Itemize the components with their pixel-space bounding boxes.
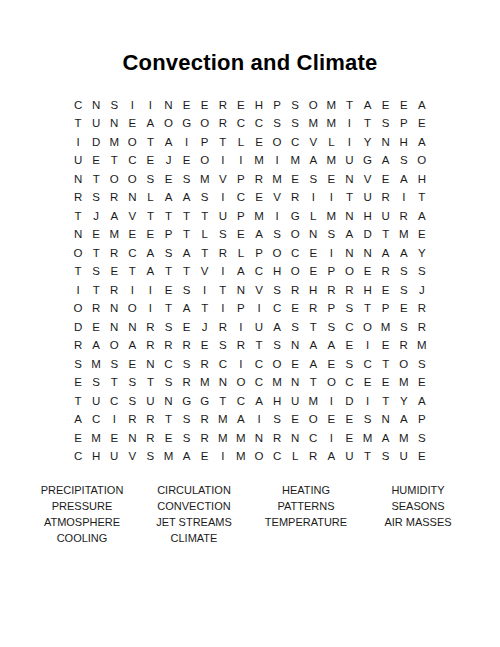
grid-cell: M (377, 318, 395, 337)
grid-cell: N (141, 355, 159, 374)
grid-cell: A (141, 263, 159, 282)
grid-cell: R (413, 318, 431, 337)
grid-cell: O (322, 374, 340, 393)
grid-cell: A (377, 152, 395, 171)
grid-cell: R (141, 318, 159, 337)
grid-cell: O (69, 244, 87, 263)
grid-cell: T (214, 133, 232, 152)
grid-cell: T (178, 207, 196, 226)
grid-cell: R (304, 448, 322, 467)
grid-cell: T (196, 300, 214, 319)
grid-cell: R (395, 337, 413, 356)
grid-cell: T (377, 226, 395, 245)
grid-cell: E (178, 96, 196, 115)
grid-cell: A (413, 96, 431, 115)
grid-cell: R (196, 355, 214, 374)
grid-cell: T (87, 170, 105, 189)
grid-cell: U (250, 318, 268, 337)
grid-cell: S (268, 337, 286, 356)
grid-cell: E (322, 355, 340, 374)
grid-cell: E (159, 429, 177, 448)
grid-cell: T (141, 374, 159, 393)
word-list-item: SEASONS (391, 498, 444, 514)
grid-cell: T (214, 281, 232, 300)
word-list-item: CLIMATE (171, 530, 218, 546)
grid-cell: S (141, 448, 159, 467)
grid-cell: L (141, 189, 159, 208)
letter-grid: CNSIINEEREHPSOMTAEEATUNEAOGORCCSSMMITSPE… (69, 96, 431, 466)
grid-cell: H (250, 96, 268, 115)
grid-cell: M (196, 170, 214, 189)
grid-cell: S (105, 96, 123, 115)
grid-cell: R (196, 429, 214, 448)
grid-cell: E (123, 115, 141, 134)
grid-cell: A (377, 244, 395, 263)
grid-cell: M (196, 374, 214, 393)
grid-cell: E (69, 374, 87, 393)
grid-cell: T (87, 244, 105, 263)
grid-cell: M (322, 115, 340, 134)
word-list-item: PRECIPITATION (41, 482, 124, 498)
grid-cell: T (87, 281, 105, 300)
grid-cell: M (87, 355, 105, 374)
grid-cell: E (322, 411, 340, 430)
grid-cell: A (178, 189, 196, 208)
grid-cell: T (377, 355, 395, 374)
grid-cell: A (159, 189, 177, 208)
grid-cell: E (340, 337, 358, 356)
grid-cell: J (196, 318, 214, 337)
grid-cell: V (268, 189, 286, 208)
grid-cell: D (69, 318, 87, 337)
grid-cell: O (123, 170, 141, 189)
grid-cell: N (304, 226, 322, 245)
grid-cell: N (340, 170, 358, 189)
grid-cell: S (178, 429, 196, 448)
grid-cell: I (322, 244, 340, 263)
grid-cell: O (268, 355, 286, 374)
grid-cell: I (214, 448, 232, 467)
grid-cell: U (377, 207, 395, 226)
grid-cell: S (123, 374, 141, 393)
grid-cell: E (322, 170, 340, 189)
grid-cell: O (250, 448, 268, 467)
grid-cell: P (413, 411, 431, 430)
grid-cell: S (178, 170, 196, 189)
grid-cell: E (196, 337, 214, 356)
grid-cell: I (196, 281, 214, 300)
grid-cell: C (69, 96, 87, 115)
grid-cell: R (178, 374, 196, 393)
grid-cell: I (141, 96, 159, 115)
grid-cell: E (159, 170, 177, 189)
grid-cell: O (359, 318, 377, 337)
grid-cell: M (268, 170, 286, 189)
grid-cell: C (105, 392, 123, 411)
grid-cell: V (214, 170, 232, 189)
grid-cell: E (87, 152, 105, 171)
grid-cell: I (214, 189, 232, 208)
grid-cell: S (268, 411, 286, 430)
grid-cell: N (359, 244, 377, 263)
grid-cell: D (87, 133, 105, 152)
grid-cell: G (196, 392, 214, 411)
grid-cell: T (105, 374, 123, 393)
grid-cell: I (395, 189, 413, 208)
grid-cell: M (304, 115, 322, 134)
grid-cell: E (250, 189, 268, 208)
grid-cell: H (359, 281, 377, 300)
grid-cell: C (286, 244, 304, 263)
grid-cell: M (395, 429, 413, 448)
grid-cell: R (340, 281, 358, 300)
grid-cell: S (286, 96, 304, 115)
grid-cell: N (250, 429, 268, 448)
grid-cell: E (377, 281, 395, 300)
grid-cell: R (286, 189, 304, 208)
grid-cell: A (322, 337, 340, 356)
grid-cell: V (123, 207, 141, 226)
grid-cell: R (69, 189, 87, 208)
worksheet-page: Convection and Climate CNSIINEEREHPSOMTA… (0, 0, 500, 647)
grid-cell: I (304, 189, 322, 208)
grid-cell: S (159, 318, 177, 337)
grid-cell: E (159, 281, 177, 300)
grid-cell: I (340, 133, 358, 152)
grid-cell: P (395, 115, 413, 134)
grid-cell: H (359, 207, 377, 226)
grid-cell: S (178, 281, 196, 300)
grid-cell: T (377, 392, 395, 411)
word-list-item: HEATING (282, 482, 330, 498)
grid-cell: S (69, 355, 87, 374)
grid-cell: T (304, 318, 322, 337)
grid-cell: R (105, 189, 123, 208)
grid-cell: A (141, 244, 159, 263)
grid-cell: N (377, 411, 395, 430)
grid-cell: E (340, 429, 358, 448)
word-list-item: ATMOSPHERE (44, 514, 120, 530)
grid-cell: S (359, 411, 377, 430)
grid-cell: I (69, 281, 87, 300)
grid-cell: E (232, 226, 250, 245)
grid-cell: N (286, 337, 304, 356)
grid-cell: T (123, 263, 141, 282)
grid-cell: I (141, 281, 159, 300)
grid-cell: E (413, 448, 431, 467)
grid-cell: I (232, 355, 250, 374)
grid-cell: E (250, 133, 268, 152)
grid-cell: S (340, 300, 358, 319)
grid-cell: L (322, 133, 340, 152)
grid-cell: T (196, 244, 214, 263)
grid-cell: U (359, 189, 377, 208)
grid-cell: T (340, 189, 358, 208)
grid-cell: U (87, 392, 105, 411)
grid-cell: A (413, 392, 431, 411)
grid-cell: A (141, 115, 159, 134)
grid-cell: S (159, 374, 177, 393)
grid-cell: A (250, 392, 268, 411)
grid-cell: I (250, 411, 268, 430)
grid-cell: M (105, 226, 123, 245)
grid-cell: O (268, 133, 286, 152)
grid-cell: R (377, 263, 395, 282)
grid-cell: P (377, 300, 395, 319)
grid-cell: N (232, 281, 250, 300)
grid-cell: N (340, 244, 358, 263)
grid-cell: M (214, 411, 232, 430)
grid-cell: I (340, 115, 358, 134)
grid-cell: O (196, 152, 214, 171)
grid-cell: A (395, 170, 413, 189)
grid-cell: P (322, 263, 340, 282)
grid-cell: N (340, 207, 358, 226)
grid-cell: C (304, 429, 322, 448)
grid-cell: R (214, 318, 232, 337)
grid-cell: S (322, 226, 340, 245)
grid-cell: T (69, 392, 87, 411)
grid-cell: P (232, 170, 250, 189)
grid-cell: R (141, 337, 159, 356)
grid-cell: R (123, 411, 141, 430)
grid-cell: Y (359, 133, 377, 152)
grid-cell: A (359, 96, 377, 115)
grid-cell: A (178, 300, 196, 319)
grid-cell: C (250, 115, 268, 134)
grid-cell: O (286, 226, 304, 245)
grid-cell: N (105, 115, 123, 134)
word-list-item: PRESSURE (52, 498, 113, 514)
grid-cell: A (69, 411, 87, 430)
grid-cell: O (196, 115, 214, 134)
grid-cell: A (395, 244, 413, 263)
grid-cell: C (232, 189, 250, 208)
grid-cell: E (359, 374, 377, 393)
grid-cell: C (232, 115, 250, 134)
grid-cell: E (105, 429, 123, 448)
grid-cell: U (286, 392, 304, 411)
grid-cell: E (286, 300, 304, 319)
grid-cell: C (340, 374, 358, 393)
grid-cell: H (268, 392, 286, 411)
grid-cell: N (105, 300, 123, 319)
grid-cell: M (413, 337, 431, 356)
grid-cell: S (159, 244, 177, 263)
grid-cell: N (69, 226, 87, 245)
grid-cell: C (214, 355, 232, 374)
grid-cell: U (340, 152, 358, 171)
grid-cell: M (250, 152, 268, 171)
grid-cell: C (268, 300, 286, 319)
grid-cell: I (178, 133, 196, 152)
grid-cell: N (286, 429, 304, 448)
grid-cell: E (232, 96, 250, 115)
grid-cell: S (105, 355, 123, 374)
grid-cell: A (123, 337, 141, 356)
grid-cell: S (268, 281, 286, 300)
grid-cell: E (196, 448, 214, 467)
grid-cell: I (232, 152, 250, 171)
grid-cell: S (395, 281, 413, 300)
word-list-column: HUMIDITYSEASONSAIR MASSES (362, 482, 474, 546)
grid-cell: T (141, 207, 159, 226)
grid-cell: M (395, 226, 413, 245)
grid-cell: A (413, 133, 431, 152)
grid-cell: J (87, 207, 105, 226)
grid-cell: I (322, 392, 340, 411)
grid-cell: H (395, 133, 413, 152)
grid-cell: R (377, 189, 395, 208)
grid-cell: O (304, 411, 322, 430)
word-list-column: CIRCULATIONCONVECTIONJET STREAMSCLIMATE (138, 482, 250, 546)
grid-cell: U (69, 152, 87, 171)
grid-cell: V (196, 263, 214, 282)
grid-cell: M (105, 133, 123, 152)
grid-cell: I (214, 263, 232, 282)
grid-cell: N (123, 318, 141, 337)
grid-cell: M (159, 448, 177, 467)
grid-cell: S (87, 263, 105, 282)
grid-cell: T (359, 115, 377, 134)
grid-cell: L (286, 448, 304, 467)
grid-cell: M (286, 152, 304, 171)
grid-cell: D (340, 392, 358, 411)
grid-cell: N (214, 374, 232, 393)
grid-cell: M (214, 429, 232, 448)
grid-cell: A (413, 207, 431, 226)
grid-cell: O (69, 300, 87, 319)
grid-cell: O (413, 152, 431, 171)
grid-cell: S (395, 318, 413, 337)
grid-cell: E (413, 226, 431, 245)
grid-cell: T (359, 448, 377, 467)
word-list-item: CONVECTION (157, 498, 230, 514)
grid-cell: M (268, 374, 286, 393)
word-list-column: HEATINGPATTERNSTEMPERATURE (250, 482, 362, 546)
grid-cell: S (268, 115, 286, 134)
grid-cell: S (413, 355, 431, 374)
grid-cell: O (232, 374, 250, 393)
grid-cell: E (286, 170, 304, 189)
grid-cell: T (141, 133, 159, 152)
grid-cell: C (232, 392, 250, 411)
grid-cell: S (322, 318, 340, 337)
grid-cell: C (286, 133, 304, 152)
grid-cell: A (268, 318, 286, 337)
word-list-item: AIR MASSES (384, 514, 451, 530)
grid-cell: T (69, 263, 87, 282)
grid-cell: H (413, 170, 431, 189)
grid-cell: I (123, 281, 141, 300)
word-list-item: PATTERNS (277, 498, 334, 514)
grid-cell: E (304, 263, 322, 282)
grid-cell: E (377, 337, 395, 356)
grid-cell: O (159, 115, 177, 134)
grid-cell: S (178, 355, 196, 374)
grid-cell: O (304, 96, 322, 115)
grid-cell: R (159, 337, 177, 356)
grid-cell: S (141, 170, 159, 189)
grid-cell: O (340, 263, 358, 282)
grid-cell: L (232, 244, 250, 263)
grid-cell: A (87, 337, 105, 356)
grid-cell: E (413, 374, 431, 393)
grid-cell: E (105, 263, 123, 282)
grid-cell: A (377, 429, 395, 448)
grid-cell: T (250, 337, 268, 356)
grid-cell: U (395, 448, 413, 467)
grid-cell: E (395, 300, 413, 319)
grid-cell: E (141, 152, 159, 171)
grid-cell: M (87, 429, 105, 448)
grid-cell: V (250, 281, 268, 300)
grid-cell: U (105, 448, 123, 467)
grid-cell: N (159, 96, 177, 115)
grid-cell: E (87, 318, 105, 337)
grid-cell: N (69, 170, 87, 189)
grid-cell: I (232, 318, 250, 337)
grid-cell: T (69, 115, 87, 134)
grid-cell: M (304, 392, 322, 411)
grid-cell: C (250, 263, 268, 282)
grid-cell: C (87, 411, 105, 430)
grid-cell: M (359, 429, 377, 448)
grid-cell: I (322, 429, 340, 448)
grid-cell: R (87, 300, 105, 319)
grid-cell: R (105, 244, 123, 263)
grid-cell: T (413, 189, 431, 208)
grid-cell: S (395, 152, 413, 171)
grid-cell: E (286, 411, 304, 430)
grid-cell: T (304, 374, 322, 393)
grid-cell: H (87, 448, 105, 467)
grid-cell: R (196, 411, 214, 430)
grid-cell: R (413, 300, 431, 319)
grid-cell: I (214, 152, 232, 171)
grid-cell: E (413, 115, 431, 134)
grid-cell: E (87, 226, 105, 245)
grid-cell: S (214, 226, 232, 245)
grid-cell: I (359, 337, 377, 356)
grid-cell: V (359, 170, 377, 189)
grid-cell: A (232, 263, 250, 282)
grid-cell: N (286, 374, 304, 393)
grid-cell: C (123, 244, 141, 263)
grid-cell: S (87, 189, 105, 208)
word-list-item: CIRCULATION (157, 482, 231, 498)
grid-cell: O (268, 244, 286, 263)
grid-cell: N (159, 392, 177, 411)
grid-cell: J (159, 152, 177, 171)
grid-cell: R (105, 281, 123, 300)
grid-cell: G (286, 207, 304, 226)
grid-cell: A (250, 226, 268, 245)
grid-cell: E (377, 170, 395, 189)
grid-cell: E (178, 152, 196, 171)
grid-cell: C (359, 355, 377, 374)
grid-cell: C (268, 448, 286, 467)
grid-cell: I (322, 189, 340, 208)
grid-cell: S (413, 263, 431, 282)
grid-cell: O (105, 337, 123, 356)
grid-cell: C (340, 318, 358, 337)
grid-cell: M (250, 207, 268, 226)
grid-cell: M (322, 152, 340, 171)
grid-cell: N (87, 96, 105, 115)
grid-cell: G (359, 152, 377, 171)
grid-cell: A (105, 207, 123, 226)
